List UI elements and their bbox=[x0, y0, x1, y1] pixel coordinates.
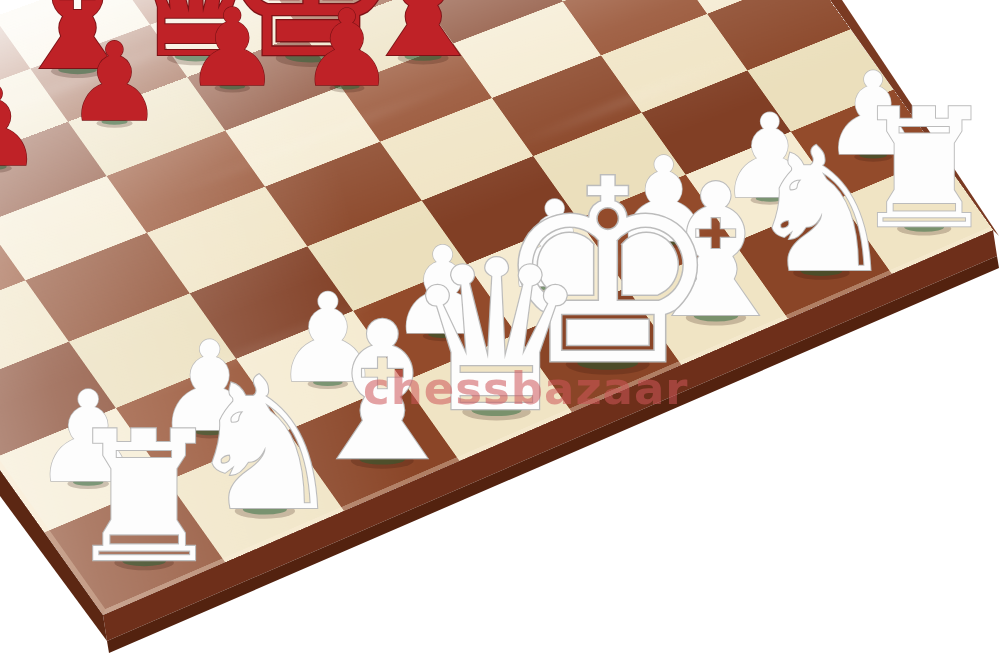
chessboard bbox=[0, 0, 993, 615]
chess-set-product-photo: ♛♚♝♝♟♟♞♟♟♟♟♜♟♞♟♝♟♚♟♛♟♝♟♞♜ chessbazaar bbox=[0, 0, 1000, 667]
board-rim-highlight bbox=[0, 0, 993, 615]
